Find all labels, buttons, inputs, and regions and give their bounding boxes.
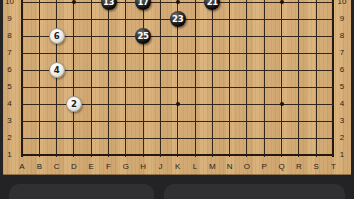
grid-line-col-G bbox=[125, 0, 126, 157]
grid-line-col-P bbox=[264, 0, 265, 157]
toolbar-button-right[interactable] bbox=[164, 184, 345, 199]
bottom-toolbar bbox=[0, 175, 354, 199]
grid-line-col-F bbox=[108, 0, 109, 157]
col-label-O: O bbox=[240, 160, 254, 173]
col-label-D: D bbox=[67, 160, 81, 173]
grid-line-col-L bbox=[195, 0, 196, 157]
stone-6: 6 bbox=[49, 28, 65, 44]
col-label-F: F bbox=[102, 160, 116, 173]
row-label-left-10: 10 bbox=[3, 0, 16, 7]
grid-line-col-O bbox=[246, 0, 247, 157]
toolbar-button-left[interactable] bbox=[9, 184, 154, 199]
col-label-J: J bbox=[153, 160, 167, 173]
grid-line-col-Q bbox=[281, 0, 282, 157]
go-app-screen: 1122334455667788991010ABCDEFGHJKLMNOPQRS… bbox=[0, 0, 354, 199]
row-label-right-8: 8 bbox=[335, 31, 349, 41]
col-label-P: P bbox=[257, 160, 271, 173]
star-point-D10 bbox=[72, 0, 76, 4]
row-label-right-5: 5 bbox=[335, 82, 349, 92]
col-label-T: T bbox=[326, 160, 340, 173]
row-label-left-5: 5 bbox=[3, 82, 16, 92]
star-point-Q4 bbox=[280, 102, 284, 106]
row-label-right-10: 10 bbox=[335, 0, 349, 7]
col-label-R: R bbox=[292, 160, 306, 173]
row-label-right-6: 6 bbox=[335, 65, 349, 75]
col-label-K: K bbox=[171, 160, 185, 173]
col-label-E: E bbox=[84, 160, 98, 173]
col-label-Q: Q bbox=[275, 160, 289, 173]
row-label-right-9: 9 bbox=[335, 14, 349, 24]
star-point-Q10 bbox=[280, 0, 284, 4]
col-label-S: S bbox=[309, 160, 323, 173]
grid-line-row-3 bbox=[21, 121, 334, 122]
grid-line-row-5 bbox=[21, 87, 334, 88]
grid-line-col-M bbox=[212, 0, 213, 157]
row-label-left-8: 8 bbox=[3, 31, 16, 41]
grid-line-col-C bbox=[56, 0, 57, 157]
row-label-left-2: 2 bbox=[3, 133, 16, 143]
star-point-K4 bbox=[176, 102, 180, 106]
grid-line-col-H bbox=[143, 0, 144, 157]
grid-line-col-E bbox=[91, 0, 92, 157]
row-label-right-3: 3 bbox=[335, 116, 349, 126]
grid-line-row-7 bbox=[21, 53, 334, 54]
stone-4: 4 bbox=[49, 62, 65, 78]
star-point-K10 bbox=[176, 0, 180, 4]
row-label-right-7: 7 bbox=[335, 48, 349, 58]
row-label-left-3: 3 bbox=[3, 116, 16, 126]
row-label-left-6: 6 bbox=[3, 65, 16, 75]
row-label-left-1: 1 bbox=[3, 150, 16, 160]
grid-line-col-A bbox=[21, 0, 23, 157]
col-label-A: A bbox=[15, 160, 29, 173]
grid-line-row-8 bbox=[21, 36, 334, 37]
go-board[interactable]: 1122334455667788991010ABCDEFGHJKLMNOPQRS… bbox=[3, 0, 351, 175]
col-label-H: H bbox=[136, 160, 150, 173]
grid-line-row-1 bbox=[21, 154, 334, 156]
grid-line-col-R bbox=[298, 0, 299, 157]
col-label-B: B bbox=[32, 160, 46, 173]
grid-line-col-J bbox=[160, 0, 161, 157]
col-label-N: N bbox=[223, 160, 237, 173]
grid-line-col-S bbox=[316, 0, 317, 157]
col-label-G: G bbox=[119, 160, 133, 173]
grid-line-row-2 bbox=[21, 138, 334, 139]
row-label-left-9: 9 bbox=[3, 14, 16, 24]
grid-line-col-D bbox=[73, 0, 74, 157]
grid-line-row-6 bbox=[21, 70, 334, 71]
col-label-M: M bbox=[205, 160, 219, 173]
grid-line-col-B bbox=[39, 0, 40, 157]
stone-25: 25 bbox=[135, 28, 151, 44]
row-label-right-2: 2 bbox=[335, 133, 349, 143]
row-label-left-7: 7 bbox=[3, 48, 16, 58]
row-label-left-4: 4 bbox=[3, 99, 16, 109]
row-label-right-4: 4 bbox=[335, 99, 349, 109]
stone-23: 23 bbox=[170, 11, 186, 27]
grid-line-col-N bbox=[229, 0, 230, 157]
col-label-C: C bbox=[50, 160, 64, 173]
row-label-right-1: 1 bbox=[335, 150, 349, 160]
col-label-L: L bbox=[188, 160, 202, 173]
stone-2: 2 bbox=[66, 96, 82, 112]
